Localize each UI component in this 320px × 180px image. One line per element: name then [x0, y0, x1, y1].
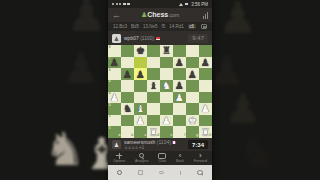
white-pawn[interactable]: ♟: [175, 92, 184, 103]
opponent-name: wpb07 (1100): [124, 35, 160, 41]
nav-search-icon[interactable]: [197, 170, 203, 176]
black-king[interactable]: ♚: [136, 45, 145, 56]
board-square[interactable]: [173, 68, 186, 80]
move-token[interactable]: 13.Ne5: [143, 24, 158, 29]
stats-bars-icon[interactable]: [203, 12, 209, 19]
board-square[interactable]: [199, 115, 212, 127]
board-square[interactable]: ♞: [121, 103, 134, 115]
magnifier-icon: [139, 153, 145, 159]
board-square[interactable]: [147, 68, 160, 80]
opponent-rating: (1100): [140, 35, 154, 41]
board-square[interactable]: h♜: [199, 126, 212, 138]
board-square[interactable]: ♟: [199, 103, 212, 115]
background-piece: ♟: [66, 0, 107, 38]
status-bar: 3:56 PM: [108, 0, 212, 8]
game-toolbar: Options Analysis Chat ‹ Back › Forward: [108, 151, 212, 165]
black-pawn[interactable]: ♟: [188, 69, 197, 80]
board-square[interactable]: [160, 57, 173, 69]
board-square[interactable]: [186, 92, 199, 104]
board-square[interactable]: f: [173, 126, 186, 138]
apps-grid-icon[interactable]: [138, 170, 143, 175]
board-square[interactable]: [134, 80, 147, 92]
player-row: ♟ sameersmush (1104) ♟♟♟♟ +1 7:34: [108, 138, 212, 151]
board-square[interactable]: 7♟: [108, 57, 121, 69]
white-pawn[interactable]: ♟: [162, 115, 171, 126]
board-square[interactable]: 5: [108, 80, 121, 92]
black-knight[interactable]: ♞: [123, 103, 132, 114]
move-list-strip[interactable]: 12.Bc3Bd513.Ne5f514.Rd1c6: [108, 22, 212, 31]
captured-pieces-tray: ♟♟♟♟ +1: [124, 145, 176, 150]
board-square[interactable]: ♞: [160, 80, 173, 92]
analysis-button[interactable]: Analysis: [135, 153, 148, 163]
chess-board[interactable]: 8♚♜7♟♟♟6♟♟♟5♝♞♟4♟♟3♞♝♟2♟♟♚1abcd♜efgh♜: [108, 45, 212, 138]
board-square[interactable]: 1a: [108, 126, 121, 138]
board-square[interactable]: [173, 103, 186, 115]
white-pawn[interactable]: ♟: [201, 103, 210, 114]
board-square[interactable]: [147, 57, 160, 69]
board-square[interactable]: [160, 103, 173, 115]
board-square[interactable]: [147, 103, 160, 115]
background-piece: ♟: [218, 0, 257, 40]
opponent-clock: 9:47: [188, 34, 208, 43]
board-square[interactable]: 6: [108, 68, 121, 80]
board-square[interactable]: ♝: [134, 103, 147, 115]
chat-button[interactable]: Chat: [158, 152, 166, 163]
phone-screen: 3:56 PM ← ♟Chess.com 12.Bc3Bd513.Ne5f514…: [108, 0, 212, 180]
board-square[interactable]: c: [134, 126, 147, 138]
board-square[interactable]: [134, 57, 147, 69]
chevron-left-icon: ‹: [179, 153, 182, 159]
rank-label: 2: [109, 115, 111, 118]
background-piece: ♟: [224, 88, 262, 130]
board-square[interactable]: ♟: [160, 115, 173, 127]
rank-label: 6: [109, 69, 111, 72]
app-header: ← ♟Chess.com: [108, 8, 212, 22]
opponent-row: ♟ wpb07 (1100) 9:47: [108, 31, 212, 45]
board-square[interactable]: ♚: [186, 115, 199, 127]
material-score: +1: [139, 145, 144, 150]
rank-label: 7: [109, 57, 111, 60]
board-square[interactable]: [173, 115, 186, 127]
move-token[interactable]: 14.Rd1: [169, 24, 184, 29]
board-square[interactable]: ♟: [121, 68, 134, 80]
board-square[interactable]: [199, 80, 212, 92]
board-square[interactable]: [134, 92, 147, 104]
white-pawn[interactable]: ♟: [136, 115, 145, 126]
opponent-avatar[interactable]: ♟: [112, 34, 121, 43]
board-square[interactable]: [121, 57, 134, 69]
rank-label: 5: [109, 80, 111, 83]
black-pawn[interactable]: ♟: [123, 69, 132, 80]
rank-label: 4: [109, 92, 111, 95]
board-square[interactable]: [186, 103, 199, 115]
board-square[interactable]: [173, 45, 186, 57]
board-square[interactable]: [160, 92, 173, 104]
logo-text: Chess: [147, 11, 168, 18]
board-square[interactable]: [147, 92, 160, 104]
screenshot-stage: ♟♟♞♝♟♟♟♞ 3:56 PM ← ♟Chess.com 12.Bc3Bd51…: [0, 0, 320, 180]
board-square[interactable]: ♟: [199, 57, 212, 69]
move-token[interactable]: c6: [188, 24, 196, 29]
white-king[interactable]: ♚: [188, 115, 197, 126]
board-square[interactable]: ♚: [134, 45, 147, 57]
board-square[interactable]: ♟: [173, 57, 186, 69]
board-square[interactable]: 3: [108, 103, 121, 115]
system-nav-bar: [108, 165, 212, 180]
chesscom-logo: ♟Chess.com: [108, 11, 212, 19]
board-square[interactable]: 8: [108, 45, 121, 57]
board-square[interactable]: [147, 45, 160, 57]
black-pawn[interactable]: ♟: [201, 57, 210, 68]
signal-icon: [179, 3, 183, 6]
rank-label: 8: [109, 46, 111, 49]
board-square[interactable]: ♟: [173, 92, 186, 104]
board-square[interactable]: 4♟: [108, 92, 121, 104]
plus-icon: [116, 153, 122, 159]
board-square[interactable]: g: [186, 126, 199, 138]
settings-icon[interactable]: [117, 170, 122, 175]
back-move-button[interactable]: ‹ Back: [176, 153, 184, 163]
battery-icon: [185, 3, 188, 6]
rank-label: 1: [109, 127, 111, 130]
board-square[interactable]: ♟: [186, 68, 199, 80]
status-clock: 3:56 PM: [191, 2, 208, 7]
options-button[interactable]: Options: [113, 153, 125, 163]
black-pawn[interactable]: ♟: [175, 80, 184, 91]
player-flag-icon: [172, 141, 176, 144]
board-square[interactable]: ♜: [160, 45, 173, 57]
board-square[interactable]: b: [121, 126, 134, 138]
white-pawn[interactable]: ♟: [110, 92, 119, 103]
black-pawn[interactable]: ♟: [175, 57, 184, 68]
board-square[interactable]: [147, 115, 160, 127]
board-square[interactable]: ♟: [134, 68, 147, 80]
white-bishop[interactable]: ♝: [136, 103, 145, 114]
board-square[interactable]: [199, 45, 212, 57]
board-square[interactable]: ♟: [173, 80, 186, 92]
player-clock: 7:34: [188, 140, 208, 149]
black-rook[interactable]: ♜: [162, 45, 171, 56]
board-square[interactable]: [186, 45, 199, 57]
move-token[interactable]: Bd5: [131, 24, 139, 29]
board-square[interactable]: [199, 92, 212, 104]
chevron-right-icon: ›: [199, 153, 202, 159]
white-knight[interactable]: ♞: [162, 80, 171, 91]
board-square[interactable]: d♜: [147, 126, 160, 138]
home-pill-icon[interactable]: [159, 171, 164, 174]
rank-label: 3: [109, 104, 111, 107]
board-square[interactable]: 2: [108, 115, 121, 127]
black-pawn[interactable]: ♟: [110, 57, 119, 68]
board-square[interactable]: e: [160, 126, 173, 138]
board-square[interactable]: [121, 92, 134, 104]
logo-suffix: .com: [168, 12, 179, 18]
board-square[interactable]: [160, 68, 173, 80]
move-token[interactable]: 12.Bc3: [113, 24, 127, 29]
move-list-icon[interactable]: [201, 24, 207, 29]
background-piece: ♟: [208, 50, 246, 92]
board-square[interactable]: [186, 80, 199, 92]
background-piece: ♟: [62, 48, 100, 90]
background-piece: ♞: [44, 126, 85, 172]
board-square[interactable]: [186, 57, 199, 69]
board-square[interactable]: ♝: [147, 80, 160, 92]
player-avatar[interactable]: ♟: [112, 140, 121, 149]
forward-move-button[interactable]: › Forward: [194, 153, 207, 163]
nav-divider-icon: [180, 171, 181, 175]
opponent-flag-icon: [156, 37, 160, 40]
background-piece: ♞: [236, 128, 277, 174]
black-pawn[interactable]: ♟: [136, 69, 145, 80]
board-square[interactable]: [121, 80, 134, 92]
board-square[interactable]: ♟: [134, 115, 147, 127]
move-token[interactable]: f5: [162, 24, 166, 29]
board-square[interactable]: [199, 68, 212, 80]
notification-icons: [112, 3, 130, 6]
board-square[interactable]: [121, 115, 134, 127]
status-right-cluster: 3:56 PM: [179, 2, 208, 7]
board-square[interactable]: [121, 45, 134, 57]
black-bishop[interactable]: ♝: [149, 80, 158, 91]
